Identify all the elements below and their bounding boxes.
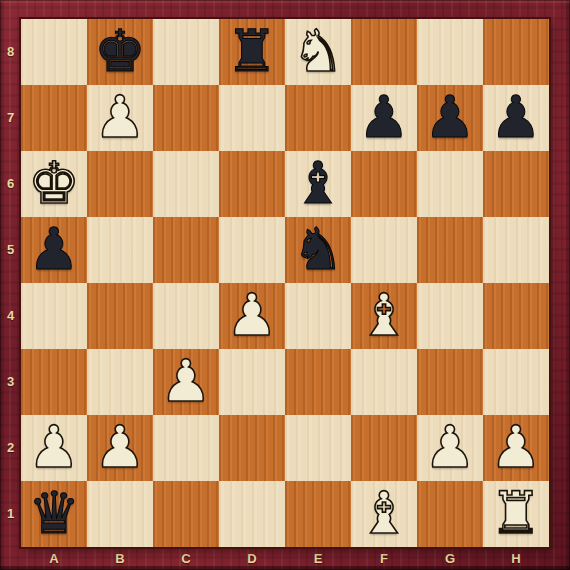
square-e3[interactable] xyxy=(285,349,351,415)
square-c3[interactable]: ♟ xyxy=(153,349,219,415)
square-g5[interactable] xyxy=(417,217,483,283)
file-label-g: G xyxy=(417,547,483,570)
file-label-a: A xyxy=(21,547,87,570)
square-b1[interactable] xyxy=(87,481,153,547)
square-c4[interactable] xyxy=(153,283,219,349)
square-g2[interactable]: ♟ xyxy=(417,415,483,481)
piece-white-king-a6[interactable]: ♚ xyxy=(28,154,80,212)
square-e7[interactable] xyxy=(285,85,351,151)
square-f8[interactable] xyxy=(351,19,417,85)
square-d2[interactable] xyxy=(219,415,285,481)
piece-white-pawn-c3[interactable]: ♟ xyxy=(160,352,212,410)
square-f7[interactable]: ♟ xyxy=(351,85,417,151)
piece-black-bishop-e6[interactable]: ♝ xyxy=(292,154,344,212)
square-h8[interactable] xyxy=(483,19,549,85)
square-b3[interactable] xyxy=(87,349,153,415)
square-b4[interactable] xyxy=(87,283,153,349)
piece-black-queen-a1[interactable]: ♛ xyxy=(28,484,80,542)
piece-white-pawn-a2[interactable]: ♟ xyxy=(28,418,80,476)
square-h2[interactable]: ♟ xyxy=(483,415,549,481)
chess-board: ♚♜♞♟♟♟♟♚♝♟♞♟♝♟♟♟♟♟♛♝♜ xyxy=(21,19,549,547)
square-b5[interactable] xyxy=(87,217,153,283)
square-b8[interactable]: ♚ xyxy=(87,19,153,85)
square-d8[interactable]: ♜ xyxy=(219,19,285,85)
piece-white-pawn-d4[interactable]: ♟ xyxy=(226,286,278,344)
square-c6[interactable] xyxy=(153,151,219,217)
file-label-c: C xyxy=(153,547,219,570)
square-f2[interactable] xyxy=(351,415,417,481)
square-e2[interactable] xyxy=(285,415,351,481)
file-label-b: B xyxy=(87,547,153,570)
square-g8[interactable] xyxy=(417,19,483,85)
square-c7[interactable] xyxy=(153,85,219,151)
square-f1[interactable]: ♝ xyxy=(351,481,417,547)
square-b6[interactable] xyxy=(87,151,153,217)
square-e6[interactable]: ♝ xyxy=(285,151,351,217)
piece-black-pawn-f7[interactable]: ♟ xyxy=(358,88,410,146)
square-h4[interactable] xyxy=(483,283,549,349)
square-h3[interactable] xyxy=(483,349,549,415)
rank-label-4: 4 xyxy=(0,283,21,349)
square-a6[interactable]: ♚ xyxy=(21,151,87,217)
piece-white-pawn-g2[interactable]: ♟ xyxy=(424,418,476,476)
square-d1[interactable] xyxy=(219,481,285,547)
file-label-e: E xyxy=(285,547,351,570)
square-h1[interactable]: ♜ xyxy=(483,481,549,547)
square-e1[interactable] xyxy=(285,481,351,547)
piece-black-knight-e5[interactable]: ♞ xyxy=(292,220,344,278)
square-f3[interactable] xyxy=(351,349,417,415)
square-g4[interactable] xyxy=(417,283,483,349)
rank-label-7: 7 xyxy=(0,85,21,151)
square-d5[interactable] xyxy=(219,217,285,283)
square-d4[interactable]: ♟ xyxy=(219,283,285,349)
file-label-d: D xyxy=(219,547,285,570)
rank-label-5: 5 xyxy=(0,217,21,283)
square-e4[interactable] xyxy=(285,283,351,349)
square-c1[interactable] xyxy=(153,481,219,547)
square-a7[interactable] xyxy=(21,85,87,151)
piece-white-rook-h1[interactable]: ♜ xyxy=(490,484,542,542)
square-g7[interactable]: ♟ xyxy=(417,85,483,151)
piece-white-bishop-f4[interactable]: ♝ xyxy=(358,286,410,344)
square-e8[interactable]: ♞ xyxy=(285,19,351,85)
piece-black-pawn-h7[interactable]: ♟ xyxy=(490,88,542,146)
square-a8[interactable] xyxy=(21,19,87,85)
square-h6[interactable] xyxy=(483,151,549,217)
rank-label-3: 3 xyxy=(0,349,21,415)
piece-white-pawn-b2[interactable]: ♟ xyxy=(94,418,146,476)
piece-white-pawn-b7[interactable]: ♟ xyxy=(94,88,146,146)
square-a5[interactable]: ♟ xyxy=(21,217,87,283)
square-a3[interactable] xyxy=(21,349,87,415)
rank-label-2: 2 xyxy=(0,415,21,481)
square-f6[interactable] xyxy=(351,151,417,217)
square-a2[interactable]: ♟ xyxy=(21,415,87,481)
rank-label-1: 1 xyxy=(0,481,21,547)
square-d6[interactable] xyxy=(219,151,285,217)
file-label-h: H xyxy=(483,547,549,570)
board-frame: 8 7 6 5 4 3 2 1 A B C D E F G H ♚♜♞♟♟♟♟♚… xyxy=(0,0,570,570)
square-d3[interactable] xyxy=(219,349,285,415)
square-g6[interactable] xyxy=(417,151,483,217)
square-c2[interactable] xyxy=(153,415,219,481)
square-e5[interactable]: ♞ xyxy=(285,217,351,283)
square-g1[interactable] xyxy=(417,481,483,547)
square-b2[interactable]: ♟ xyxy=(87,415,153,481)
piece-black-pawn-g7[interactable]: ♟ xyxy=(424,88,476,146)
square-f4[interactable]: ♝ xyxy=(351,283,417,349)
rank-label-6: 6 xyxy=(0,151,21,217)
piece-white-bishop-f1[interactable]: ♝ xyxy=(358,484,410,542)
piece-white-knight-e8[interactable]: ♞ xyxy=(292,22,344,80)
square-a1[interactable]: ♛ xyxy=(21,481,87,547)
file-label-f: F xyxy=(351,547,417,570)
piece-black-rook-d8[interactable]: ♜ xyxy=(226,22,278,80)
square-g3[interactable] xyxy=(417,349,483,415)
piece-white-pawn-h2[interactable]: ♟ xyxy=(490,418,542,476)
square-c5[interactable] xyxy=(153,217,219,283)
square-f5[interactable] xyxy=(351,217,417,283)
piece-black-king-b8[interactable]: ♚ xyxy=(94,22,146,80)
square-d7[interactable] xyxy=(219,85,285,151)
square-h7[interactable]: ♟ xyxy=(483,85,549,151)
square-c8[interactable] xyxy=(153,19,219,85)
square-a4[interactable] xyxy=(21,283,87,349)
square-h5[interactable] xyxy=(483,217,549,283)
piece-black-pawn-a5[interactable]: ♟ xyxy=(28,220,80,278)
square-b7[interactable]: ♟ xyxy=(87,85,153,151)
rank-label-8: 8 xyxy=(0,19,21,85)
